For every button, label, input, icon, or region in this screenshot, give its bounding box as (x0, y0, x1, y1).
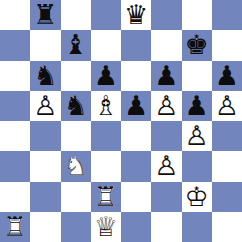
piece-black-pawn[interactable]: ♟ (215, 62, 239, 89)
square-a5[interactable] (0, 91, 30, 121)
square-g5[interactable]: ♟ (182, 91, 212, 121)
piece-black-pawn[interactable]: ♟ (185, 92, 209, 119)
square-f1[interactable] (151, 212, 181, 242)
square-g3[interactable] (182, 151, 212, 181)
piece-white-queen-fill: ♛ (94, 213, 118, 240)
square-f5[interactable]: ♟♙ (151, 91, 181, 121)
square-g8[interactable] (182, 0, 212, 30)
square-h2[interactable] (212, 182, 242, 212)
piece-white-rook[interactable]: ♖ (94, 183, 118, 210)
square-c2[interactable] (61, 182, 91, 212)
square-d8[interactable] (91, 0, 121, 30)
square-b2[interactable] (30, 182, 60, 212)
piece-white-queen[interactable]: ♕ (94, 213, 118, 240)
square-h1[interactable] (212, 212, 242, 242)
piece-black-queen[interactable]: ♛ (124, 1, 148, 28)
square-f7[interactable] (151, 30, 181, 60)
square-f3[interactable]: ♟♙ (151, 151, 181, 181)
square-d2[interactable]: ♜♖ (91, 182, 121, 212)
piece-white-pawn[interactable]: ♙ (154, 152, 178, 179)
square-e7[interactable] (121, 30, 151, 60)
square-f6[interactable]: ♟ (151, 61, 181, 91)
square-a3[interactable] (0, 151, 30, 181)
square-b3[interactable] (30, 151, 60, 181)
square-d4[interactable] (91, 121, 121, 151)
square-b1[interactable] (30, 212, 60, 242)
piece-white-pawn-fill: ♟ (215, 92, 239, 119)
square-c3[interactable]: ♞♘ (61, 151, 91, 181)
piece-white-pawn[interactable]: ♙ (33, 92, 57, 119)
square-c7[interactable]: ♝ (61, 30, 91, 60)
piece-white-rook-fill: ♜ (94, 183, 118, 210)
square-g4[interactable]: ♟♙ (182, 121, 212, 151)
piece-white-king[interactable]: ♔ (185, 183, 209, 210)
square-h4[interactable] (212, 121, 242, 151)
piece-black-pawn[interactable]: ♟ (124, 92, 148, 119)
square-g2[interactable]: ♚♔ (182, 182, 212, 212)
square-a4[interactable] (0, 121, 30, 151)
piece-white-bishop-fill: ♝ (94, 92, 118, 119)
square-d1[interactable]: ♛♕ (91, 212, 121, 242)
piece-white-bishop[interactable]: ♗ (94, 92, 118, 119)
square-b6[interactable]: ♞ (30, 61, 60, 91)
square-b8[interactable]: ♜ (30, 0, 60, 30)
square-b5[interactable]: ♟♙ (30, 91, 60, 121)
square-c4[interactable] (61, 121, 91, 151)
square-h8[interactable] (212, 0, 242, 30)
chess-board: ♜♛♝♚♞♟♟♟♟♙♞♝♗♟♟♙♟♟♙♟♙♞♘♟♙♜♖♚♔♜♖♛♕ (0, 0, 242, 242)
piece-white-pawn[interactable]: ♙ (154, 92, 178, 119)
square-a7[interactable] (0, 30, 30, 60)
square-e4[interactable] (121, 121, 151, 151)
square-h5[interactable]: ♟♙ (212, 91, 242, 121)
square-a6[interactable] (0, 61, 30, 91)
square-h6[interactable]: ♟ (212, 61, 242, 91)
square-c5[interactable]: ♞ (61, 91, 91, 121)
square-h7[interactable] (212, 30, 242, 60)
square-e8[interactable]: ♛ (121, 0, 151, 30)
square-g1[interactable] (182, 212, 212, 242)
piece-white-rook-fill: ♜ (3, 213, 27, 240)
piece-black-knight[interactable]: ♞ (64, 92, 88, 119)
square-e1[interactable] (121, 212, 151, 242)
square-a8[interactable] (0, 0, 30, 30)
piece-white-knight[interactable]: ♘ (64, 152, 88, 179)
square-e6[interactable] (121, 61, 151, 91)
piece-white-pawn[interactable]: ♙ (185, 122, 209, 149)
square-d6[interactable]: ♟ (91, 61, 121, 91)
square-c1[interactable] (61, 212, 91, 242)
square-a1[interactable]: ♜♖ (0, 212, 30, 242)
square-e2[interactable] (121, 182, 151, 212)
square-a2[interactable] (0, 182, 30, 212)
piece-black-bishop[interactable]: ♝ (64, 31, 88, 58)
square-c6[interactable] (61, 61, 91, 91)
piece-white-king-fill: ♚ (185, 183, 209, 210)
square-f8[interactable] (151, 0, 181, 30)
piece-white-knight-fill: ♞ (64, 152, 88, 179)
square-b4[interactable] (30, 121, 60, 151)
square-g6[interactable] (182, 61, 212, 91)
piece-white-pawn-fill: ♟ (154, 152, 178, 179)
square-f2[interactable] (151, 182, 181, 212)
square-c8[interactable] (61, 0, 91, 30)
chess-board-container: ♜♛♝♚♞♟♟♟♟♙♞♝♗♟♟♙♟♟♙♟♙♞♘♟♙♜♖♚♔♜♖♛♕ (0, 0, 242, 242)
square-d7[interactable] (91, 30, 121, 60)
square-g7[interactable]: ♚ (182, 30, 212, 60)
piece-white-pawn-fill: ♟ (185, 122, 209, 149)
piece-black-pawn[interactable]: ♟ (154, 62, 178, 89)
piece-white-pawn-fill: ♟ (154, 92, 178, 119)
square-e3[interactable] (121, 151, 151, 181)
square-d3[interactable] (91, 151, 121, 181)
square-f4[interactable] (151, 121, 181, 151)
piece-black-rook[interactable]: ♜ (33, 1, 57, 28)
piece-white-rook[interactable]: ♖ (3, 213, 27, 240)
square-h3[interactable] (212, 151, 242, 181)
piece-black-king[interactable]: ♚ (185, 31, 209, 58)
piece-black-knight[interactable]: ♞ (33, 62, 57, 89)
piece-black-pawn[interactable]: ♟ (94, 62, 118, 89)
square-b7[interactable] (30, 30, 60, 60)
piece-white-pawn[interactable]: ♙ (215, 92, 239, 119)
square-e5[interactable]: ♟ (121, 91, 151, 121)
square-d5[interactable]: ♝♗ (91, 91, 121, 121)
piece-white-pawn-fill: ♟ (33, 92, 57, 119)
